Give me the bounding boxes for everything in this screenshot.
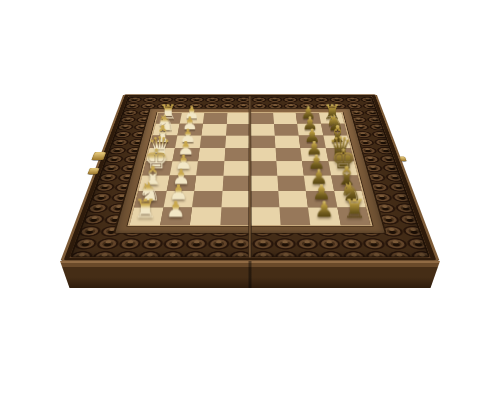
case-front-edge — [60, 261, 440, 288]
square-b6[interactable] — [274, 124, 299, 136]
black-rook[interactable]: ♜ — [343, 197, 366, 220]
square-e6[interactable] — [276, 161, 304, 175]
square-c3[interactable] — [200, 136, 226, 148]
square-h7[interactable]: ♟ — [308, 207, 340, 225]
square-a5[interactable] — [250, 113, 274, 124]
square-g3[interactable] — [192, 191, 222, 207]
square-d6[interactable] — [275, 148, 302, 161]
square-a4[interactable] — [226, 113, 250, 124]
square-h4[interactable] — [220, 207, 250, 225]
square-d3[interactable] — [198, 148, 225, 161]
square-g4[interactable] — [221, 191, 250, 207]
square-a6[interactable] — [273, 113, 297, 124]
square-b5[interactable] — [250, 124, 274, 136]
black-pawn[interactable]: ♟ — [315, 201, 335, 221]
square-h3[interactable] — [190, 207, 221, 225]
square-h1[interactable]: ♜ — [130, 207, 164, 225]
square-h6[interactable] — [279, 207, 310, 225]
square-h8[interactable]: ♜ — [337, 207, 371, 225]
white-pawn[interactable]: ♟ — [166, 201, 186, 221]
square-g5[interactable] — [250, 191, 279, 207]
front-edge-seam — [248, 261, 252, 288]
square-h5[interactable] — [250, 207, 280, 225]
square-a3[interactable] — [203, 113, 227, 124]
square-e4[interactable] — [223, 161, 250, 175]
brass-pin-right — [399, 157, 406, 162]
square-h2[interactable]: ♟ — [160, 207, 192, 225]
square-d5[interactable] — [250, 148, 276, 161]
fold-seam — [248, 96, 252, 257]
square-c4[interactable] — [225, 136, 250, 148]
square-c6[interactable] — [274, 136, 300, 148]
product-photo-scene: ♜♟♟♜♞♟♟♞♝♟♟♝♛♟♟♛♚♟♟♚♝♟♟♝♞♟♟♞♜♟♟♜ — [0, 0, 500, 400]
square-d4[interactable] — [224, 148, 250, 161]
chess-board-case: ♜♟♟♜♞♟♟♞♝♟♟♝♛♟♟♛♚♟♟♚♝♟♟♝♞♟♟♞♜♟♟♜ — [60, 94, 440, 262]
square-e5[interactable] — [250, 161, 277, 175]
square-b3[interactable] — [201, 124, 226, 136]
square-g6[interactable] — [278, 191, 308, 207]
square-b4[interactable] — [226, 124, 250, 136]
square-e3[interactable] — [196, 161, 224, 175]
square-c5[interactable] — [250, 136, 275, 148]
white-rook[interactable]: ♜ — [134, 197, 157, 220]
brass-clasp-lower — [87, 168, 99, 175]
